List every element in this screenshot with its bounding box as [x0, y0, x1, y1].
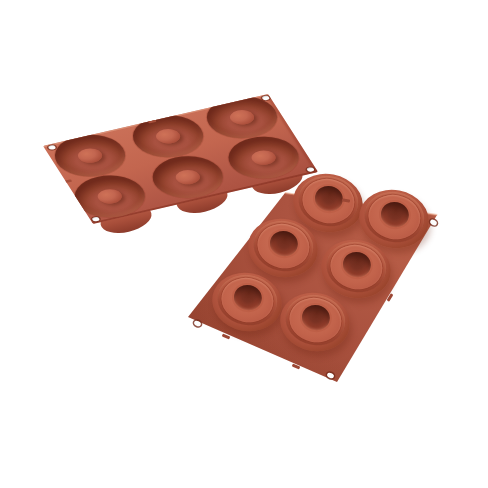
edge-notch: [342, 198, 350, 202]
cavity-center-post: [75, 146, 106, 165]
cavity-center-post: [94, 187, 125, 206]
cavity-center-post: [153, 127, 184, 146]
donut-cavity: [218, 131, 309, 185]
front-mold: [0, 0, 488, 488]
product-photo-stage: [0, 0, 488, 488]
corner-hole: [91, 216, 100, 221]
cavity-center-post: [172, 168, 203, 187]
cavity-center-post: [248, 148, 279, 167]
cavity-center-post: [226, 108, 257, 127]
